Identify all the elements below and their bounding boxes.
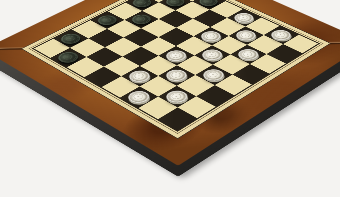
board-margin [21,0,331,139]
checkers-set-photo [0,0,340,197]
checkers-board [0,0,340,166]
